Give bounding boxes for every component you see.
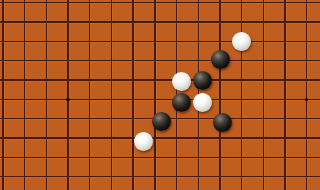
black-stone bbox=[172, 93, 191, 112]
grid-line-vertical bbox=[263, 0, 264, 190]
grid-line-vertical bbox=[67, 0, 68, 190]
star-point bbox=[305, 98, 308, 101]
game-window bbox=[0, 0, 320, 190]
white-stone bbox=[172, 72, 191, 91]
grid-line-horizontal bbox=[0, 41, 320, 42]
grid-line-horizontal bbox=[0, 99, 320, 100]
black-stone bbox=[193, 71, 212, 90]
grid-line-horizontal bbox=[0, 79, 320, 80]
grid-line-vertical bbox=[284, 0, 285, 190]
grid-line-horizontal bbox=[0, 2, 320, 3]
grid-line-horizontal bbox=[0, 157, 320, 158]
black-stone bbox=[152, 112, 171, 131]
grid-line-horizontal bbox=[0, 60, 320, 61]
grid-line-vertical bbox=[46, 0, 47, 190]
grid-line-vertical bbox=[132, 0, 133, 190]
grid-line-vertical bbox=[154, 0, 155, 190]
grid-line-vertical bbox=[24, 0, 25, 190]
white-stone bbox=[232, 32, 251, 51]
grid-line-vertical bbox=[89, 0, 90, 190]
grid-line-vertical bbox=[306, 0, 307, 190]
grid-line-horizontal bbox=[0, 137, 320, 138]
grid-line-horizontal bbox=[0, 21, 320, 22]
black-stone bbox=[213, 113, 232, 132]
grid-line-vertical bbox=[241, 0, 242, 190]
white-stone bbox=[134, 132, 153, 151]
star-point bbox=[66, 98, 69, 101]
grid-line-horizontal bbox=[0, 176, 320, 177]
grid-line-vertical bbox=[219, 0, 220, 190]
white-stone bbox=[193, 93, 212, 112]
gomoku-board[interactable] bbox=[0, 0, 320, 190]
grid-line-vertical bbox=[111, 0, 112, 190]
black-stone bbox=[211, 50, 230, 69]
grid-line-vertical bbox=[2, 0, 3, 190]
